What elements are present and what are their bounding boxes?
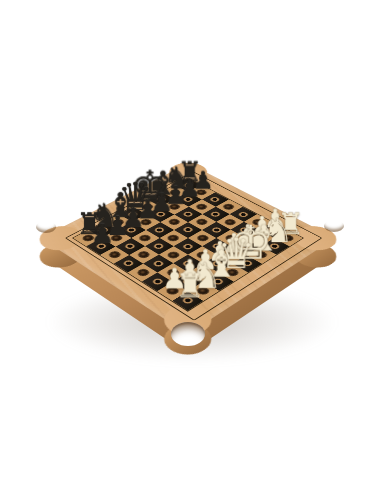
product-photo: ♜♞♝♛♚♝♞♜♟♟♟♟♟♟♟♟♟♟♟♟♟♟♟♟♜♞♝♛♚♝♞♜: [0, 0, 380, 494]
piece-white-king: ♚: [230, 219, 272, 266]
square-h2: ♟: [259, 222, 287, 238]
chess-set-scene: ♜♞♝♛♚♝♞♜♟♟♟♟♟♟♟♟♟♟♟♟♟♟♟♟♜♞♝♛♚♝♞♜: [0, 0, 380, 494]
corner-finger-notch-near: [171, 322, 205, 346]
corner-finger-notch-right: [324, 220, 344, 232]
piece-white-pawn: ♟: [263, 205, 286, 231]
corner-finger-notch-left: [36, 221, 56, 233]
